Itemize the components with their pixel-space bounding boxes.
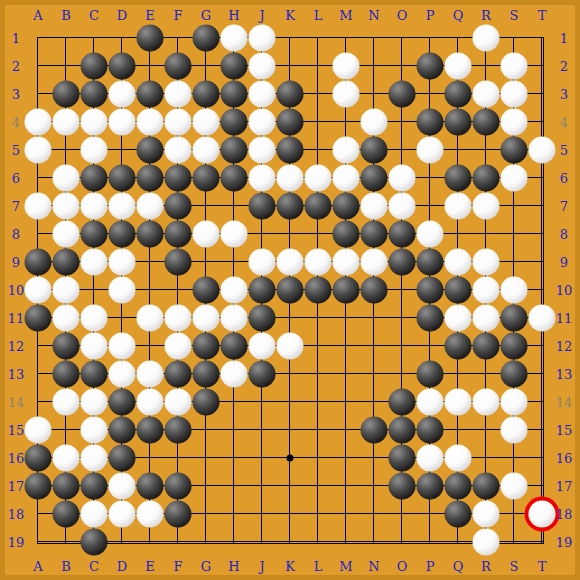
- black-stone-S12: [501, 333, 528, 360]
- white-stone-M3: [333, 81, 360, 108]
- intersection-T10[interactable]: [528, 276, 556, 304]
- intersection-N1[interactable]: [360, 24, 388, 52]
- row-label-right-2: 2: [560, 59, 568, 74]
- white-stone-D9: [109, 249, 136, 276]
- intersection-T1[interactable]: [528, 24, 556, 52]
- intersection-R8[interactable]: [472, 220, 500, 248]
- intersection-F10[interactable]: [164, 276, 192, 304]
- white-stone-O6: [389, 165, 416, 192]
- intersection-M15[interactable]: [332, 416, 360, 444]
- intersection-G19[interactable]: [192, 528, 220, 556]
- col-label-bottom-O: O: [397, 559, 408, 574]
- black-stone-M10: [333, 277, 360, 304]
- col-label-top-H: H: [228, 8, 239, 23]
- intersection-M12[interactable]: [332, 332, 360, 360]
- white-stone-C12: [81, 333, 108, 360]
- black-stone-K5: [277, 137, 304, 164]
- intersection-F1[interactable]: [164, 24, 192, 52]
- black-stone-D2: [109, 53, 136, 80]
- white-stone-T5: [529, 137, 556, 164]
- intersection-N17[interactable]: [360, 472, 388, 500]
- intersection-H18[interactable]: [220, 500, 248, 528]
- white-stone-H13: [221, 361, 248, 388]
- intersection-G17[interactable]: [192, 472, 220, 500]
- white-stone-R14: [473, 389, 500, 416]
- intersection-F19[interactable]: [164, 528, 192, 556]
- white-stone-E18: [137, 501, 164, 528]
- intersection-H7[interactable]: [220, 192, 248, 220]
- intersection-H19[interactable]: [220, 528, 248, 556]
- row-label-left-2: 2: [12, 59, 20, 74]
- intersection-T12[interactable]: [528, 332, 556, 360]
- col-label-bottom-G: G: [201, 559, 211, 574]
- row-label-left-7: 7: [12, 199, 20, 214]
- intersection-L13[interactable]: [304, 360, 332, 388]
- intersection-M19[interactable]: [332, 528, 360, 556]
- row-label-right-17: 17: [556, 479, 573, 494]
- intersection-O18[interactable]: [388, 500, 416, 528]
- white-stone-B4: [53, 109, 80, 136]
- black-stone-C8: [81, 221, 108, 248]
- intersection-D1[interactable]: [108, 24, 136, 52]
- intersection-S16[interactable]: [500, 444, 528, 472]
- intersection-L15[interactable]: [304, 416, 332, 444]
- intersection-L5[interactable]: [304, 136, 332, 164]
- intersection-T15[interactable]: [528, 416, 556, 444]
- intersection-A18[interactable]: [24, 500, 52, 528]
- row-label-right-5: 5: [560, 143, 568, 158]
- intersection-A8[interactable]: [24, 220, 52, 248]
- intersection-A14[interactable]: [24, 388, 52, 416]
- col-label-top-T: T: [538, 8, 547, 23]
- intersection-P6[interactable]: [416, 164, 444, 192]
- intersection-T13[interactable]: [528, 360, 556, 388]
- intersection-L12[interactable]: [304, 332, 332, 360]
- white-stone-D17: [109, 473, 136, 500]
- intersection-L2[interactable]: [304, 52, 332, 80]
- intersection-N13[interactable]: [360, 360, 388, 388]
- row-label-left-18: 18: [8, 507, 25, 522]
- intersection-S9[interactable]: [500, 248, 528, 276]
- intersection-B15[interactable]: [52, 416, 80, 444]
- col-label-bottom-T: T: [538, 559, 547, 574]
- white-stone-F11: [165, 305, 192, 332]
- intersection-C1[interactable]: [80, 24, 108, 52]
- black-stone-F8: [165, 221, 192, 248]
- intersection-L8[interactable]: [304, 220, 332, 248]
- row-label-left-16: 16: [8, 451, 25, 466]
- intersection-B2[interactable]: [52, 52, 80, 80]
- white-stone-D18: [109, 501, 136, 528]
- white-stone-D7: [109, 193, 136, 220]
- black-stone-B12: [53, 333, 80, 360]
- intersection-T2[interactable]: [528, 52, 556, 80]
- intersection-K11[interactable]: [276, 304, 304, 332]
- intersection-K8[interactable]: [276, 220, 304, 248]
- white-stone-S15: [501, 417, 528, 444]
- intersection-Q19[interactable]: [444, 528, 472, 556]
- intersection-K14[interactable]: [276, 388, 304, 416]
- black-stone-A17: [25, 473, 52, 500]
- intersection-L3[interactable]: [304, 80, 332, 108]
- white-stone-E14: [137, 389, 164, 416]
- white-stone-C14: [81, 389, 108, 416]
- black-stone-B13: [53, 361, 80, 388]
- intersection-N18[interactable]: [360, 500, 388, 528]
- intersection-R5[interactable]: [472, 136, 500, 164]
- intersection-H15[interactable]: [220, 416, 248, 444]
- white-stone-H11: [221, 305, 248, 332]
- white-stone-D3: [109, 81, 136, 108]
- intersection-S19[interactable]: [500, 528, 528, 556]
- white-stone-C16: [81, 445, 108, 472]
- intersection-N14[interactable]: [360, 388, 388, 416]
- col-label-top-F: F: [173, 8, 182, 23]
- intersection-G16[interactable]: [192, 444, 220, 472]
- intersection-H9[interactable]: [220, 248, 248, 276]
- intersection-T14[interactable]: [528, 388, 556, 416]
- intersection-Q1[interactable]: [444, 24, 472, 52]
- black-stone-H3: [221, 81, 248, 108]
- white-stone-Q14: [445, 389, 472, 416]
- intersection-Q5[interactable]: [444, 136, 472, 164]
- col-label-top-M: M: [339, 8, 352, 23]
- white-stone-E13: [137, 361, 164, 388]
- intersection-L16[interactable]: [304, 444, 332, 472]
- black-stone-R12: [473, 333, 500, 360]
- intersection-D5[interactable]: [108, 136, 136, 164]
- hoshi-marker-K16: [287, 455, 294, 462]
- intersection-P1[interactable]: [416, 24, 444, 52]
- intersection-J18[interactable]: [248, 500, 276, 528]
- white-stone-G11: [193, 305, 220, 332]
- intersection-T17[interactable]: [528, 472, 556, 500]
- intersection-S18[interactable]: [500, 500, 528, 528]
- intersection-K15[interactable]: [276, 416, 304, 444]
- intersection-K18[interactable]: [276, 500, 304, 528]
- intersection-J15[interactable]: [248, 416, 276, 444]
- black-stone-K3: [277, 81, 304, 108]
- col-label-top-B: B: [61, 8, 71, 23]
- white-stone-S3: [501, 81, 528, 108]
- intersection-A13[interactable]: [24, 360, 52, 388]
- intersection-G18[interactable]: [192, 500, 220, 528]
- black-stone-P13: [417, 361, 444, 388]
- white-stone-P8: [417, 221, 444, 248]
- black-stone-E6: [137, 165, 164, 192]
- intersection-T9[interactable]: [528, 248, 556, 276]
- intersection-O11[interactable]: [388, 304, 416, 332]
- intersection-K2[interactable]: [276, 52, 304, 80]
- black-stone-R17: [473, 473, 500, 500]
- col-label-top-C: C: [89, 8, 99, 23]
- black-stone-C17: [81, 473, 108, 500]
- col-label-bottom-B: B: [61, 559, 71, 574]
- black-stone-J11: [249, 305, 276, 332]
- intersection-H14[interactable]: [220, 388, 248, 416]
- col-label-bottom-D: D: [117, 559, 127, 574]
- row-label-right-18: 18: [556, 507, 573, 522]
- black-stone-D16: [109, 445, 136, 472]
- intersection-L4[interactable]: [304, 108, 332, 136]
- black-stone-K10: [277, 277, 304, 304]
- row-label-right-1: 1: [560, 31, 568, 46]
- intersection-J8[interactable]: [248, 220, 276, 248]
- intersection-R2[interactable]: [472, 52, 500, 80]
- intersection-M18[interactable]: [332, 500, 360, 528]
- row-label-left-4: 4: [12, 115, 20, 130]
- intersection-N11[interactable]: [360, 304, 388, 332]
- intersection-L18[interactable]: [304, 500, 332, 528]
- intersection-P18[interactable]: [416, 500, 444, 528]
- intersection-R13[interactable]: [472, 360, 500, 388]
- intersection-S7[interactable]: [500, 192, 528, 220]
- col-label-bottom-J: J: [259, 559, 264, 574]
- white-stone-L6: [305, 165, 332, 192]
- black-stone-J13: [249, 361, 276, 388]
- white-stone-H1: [221, 25, 248, 52]
- white-stone-M9: [333, 249, 360, 276]
- intersection-H17[interactable]: [220, 472, 248, 500]
- intersection-B5[interactable]: [52, 136, 80, 164]
- intersection-L1[interactable]: [304, 24, 332, 52]
- col-label-bottom-K: K: [285, 559, 295, 574]
- intersection-E2[interactable]: [136, 52, 164, 80]
- intersection-B19[interactable]: [52, 528, 80, 556]
- white-stone-J9: [249, 249, 276, 276]
- white-stone-M6: [333, 165, 360, 192]
- intersection-R15[interactable]: [472, 416, 500, 444]
- intersection-R16[interactable]: [472, 444, 500, 472]
- intersection-D19[interactable]: [108, 528, 136, 556]
- black-stone-P2: [417, 53, 444, 80]
- intersection-F16[interactable]: [164, 444, 192, 472]
- intersection-O19[interactable]: [388, 528, 416, 556]
- black-stone-M7: [333, 193, 360, 220]
- row-label-left-19: 19: [8, 535, 25, 550]
- intersection-T3[interactable]: [528, 80, 556, 108]
- intersection-L17[interactable]: [304, 472, 332, 500]
- row-label-left-17: 17: [8, 479, 25, 494]
- intersection-T19[interactable]: [528, 528, 556, 556]
- col-label-bottom-H: H: [228, 559, 239, 574]
- intersection-E10[interactable]: [136, 276, 164, 304]
- intersection-M1[interactable]: [332, 24, 360, 52]
- row-label-left-6: 6: [12, 171, 20, 186]
- black-stone-B9: [53, 249, 80, 276]
- row-label-left-12: 12: [8, 339, 25, 354]
- col-label-top-S: S: [510, 8, 519, 23]
- intersection-J16[interactable]: [248, 444, 276, 472]
- intersection-Q13[interactable]: [444, 360, 472, 388]
- intersection-G15[interactable]: [192, 416, 220, 444]
- col-label-top-N: N: [368, 8, 379, 23]
- intersection-A12[interactable]: [24, 332, 52, 360]
- white-stone-T18-last-move: [529, 501, 556, 528]
- intersection-N2[interactable]: [360, 52, 388, 80]
- intersection-O4[interactable]: [388, 108, 416, 136]
- intersection-Q8[interactable]: [444, 220, 472, 248]
- black-stone-S11: [501, 305, 528, 332]
- white-stone-J2: [249, 53, 276, 80]
- black-stone-G12: [193, 333, 220, 360]
- intersection-O13[interactable]: [388, 360, 416, 388]
- intersection-P19[interactable]: [416, 528, 444, 556]
- black-stone-D8: [109, 221, 136, 248]
- white-stone-H8: [221, 221, 248, 248]
- intersection-T16[interactable]: [528, 444, 556, 472]
- go-board-screenshot: AABBCCDDEEFFGGHHJJKKLLMMNNOOPPQQRRSSTT11…: [0, 0, 580, 580]
- white-stone-S6: [501, 165, 528, 192]
- intersection-O5[interactable]: [388, 136, 416, 164]
- intersection-N19[interactable]: [360, 528, 388, 556]
- black-stone-E1: [137, 25, 164, 52]
- black-stone-C2: [81, 53, 108, 80]
- intersection-G9[interactable]: [192, 248, 220, 276]
- white-stone-B6: [53, 165, 80, 192]
- intersection-N12[interactable]: [360, 332, 388, 360]
- intersection-K17[interactable]: [276, 472, 304, 500]
- intersection-N16[interactable]: [360, 444, 388, 472]
- intersection-D11[interactable]: [108, 304, 136, 332]
- white-stone-Q9: [445, 249, 472, 276]
- row-label-right-16: 16: [556, 451, 573, 466]
- intersection-T6[interactable]: [528, 164, 556, 192]
- black-stone-F17: [165, 473, 192, 500]
- white-stone-P5: [417, 137, 444, 164]
- col-label-top-R: R: [481, 8, 491, 23]
- white-stone-B10: [53, 277, 80, 304]
- intersection-A6[interactable]: [24, 164, 52, 192]
- white-stone-O7: [389, 193, 416, 220]
- white-stone-A5: [25, 137, 52, 164]
- black-stone-O16: [389, 445, 416, 472]
- black-stone-L10: [305, 277, 332, 304]
- row-label-left-13: 13: [8, 367, 25, 382]
- white-stone-Q2: [445, 53, 472, 80]
- intersection-K13[interactable]: [276, 360, 304, 388]
- intersection-G7[interactable]: [192, 192, 220, 220]
- col-label-bottom-M: M: [339, 559, 352, 574]
- intersection-Q15[interactable]: [444, 416, 472, 444]
- white-stone-F3: [165, 81, 192, 108]
- intersection-E12[interactable]: [136, 332, 164, 360]
- intersection-A3[interactable]: [24, 80, 52, 108]
- black-stone-D14: [109, 389, 136, 416]
- col-label-top-G: G: [201, 8, 211, 23]
- intersection-E9[interactable]: [136, 248, 164, 276]
- intersection-S8[interactable]: [500, 220, 528, 248]
- row-label-left-10: 10: [8, 283, 25, 298]
- col-label-top-O: O: [397, 8, 408, 23]
- black-stone-C13: [81, 361, 108, 388]
- intersection-B1[interactable]: [52, 24, 80, 52]
- intersection-J14[interactable]: [248, 388, 276, 416]
- intersection-L19[interactable]: [304, 528, 332, 556]
- black-stone-S5: [501, 137, 528, 164]
- intersection-E16[interactable]: [136, 444, 164, 472]
- white-stone-R3: [473, 81, 500, 108]
- intersection-S1[interactable]: [500, 24, 528, 52]
- intersection-P12[interactable]: [416, 332, 444, 360]
- black-stone-J7: [249, 193, 276, 220]
- intersection-O10[interactable]: [388, 276, 416, 304]
- intersection-J17[interactable]: [248, 472, 276, 500]
- intersection-M14[interactable]: [332, 388, 360, 416]
- black-stone-O14: [389, 389, 416, 416]
- intersection-O12[interactable]: [388, 332, 416, 360]
- black-stone-C3: [81, 81, 108, 108]
- black-stone-F15: [165, 417, 192, 444]
- black-stone-R6: [473, 165, 500, 192]
- white-stone-J4: [249, 109, 276, 136]
- col-label-bottom-S: S: [510, 559, 519, 574]
- intersection-A1[interactable]: [24, 24, 52, 52]
- black-stone-E17: [137, 473, 164, 500]
- black-stone-L7: [305, 193, 332, 220]
- row-label-left-11: 11: [8, 311, 25, 326]
- intersection-M11[interactable]: [332, 304, 360, 332]
- intersection-G2[interactable]: [192, 52, 220, 80]
- white-stone-R18: [473, 501, 500, 528]
- white-stone-G5: [193, 137, 220, 164]
- intersection-L14[interactable]: [304, 388, 332, 416]
- intersection-E19[interactable]: [136, 528, 164, 556]
- intersection-M17[interactable]: [332, 472, 360, 500]
- intersection-M13[interactable]: [332, 360, 360, 388]
- black-stone-J10: [249, 277, 276, 304]
- intersection-T8[interactable]: [528, 220, 556, 248]
- white-stone-P14: [417, 389, 444, 416]
- white-stone-M5: [333, 137, 360, 164]
- row-label-right-8: 8: [560, 227, 568, 242]
- intersection-T4[interactable]: [528, 108, 556, 136]
- row-label-right-4: 4: [560, 115, 568, 130]
- intersection-K1[interactable]: [276, 24, 304, 52]
- intersection-P3[interactable]: [416, 80, 444, 108]
- intersection-T7[interactable]: [528, 192, 556, 220]
- intersection-P7[interactable]: [416, 192, 444, 220]
- black-stone-F18: [165, 501, 192, 528]
- row-label-right-19: 19: [556, 535, 573, 550]
- intersection-C10[interactable]: [80, 276, 108, 304]
- col-label-top-J: J: [259, 8, 264, 23]
- intersection-N3[interactable]: [360, 80, 388, 108]
- intersection-J19[interactable]: [248, 528, 276, 556]
- intersection-H16[interactable]: [220, 444, 248, 472]
- row-label-left-1: 1: [12, 31, 20, 46]
- white-stone-B14: [53, 389, 80, 416]
- intersection-M4[interactable]: [332, 108, 360, 136]
- black-stone-C19: [81, 529, 108, 556]
- black-stone-D15: [109, 417, 136, 444]
- white-stone-D10: [109, 277, 136, 304]
- black-stone-F13: [165, 361, 192, 388]
- intersection-L11[interactable]: [304, 304, 332, 332]
- black-stone-Q18: [445, 501, 472, 528]
- white-stone-E7: [137, 193, 164, 220]
- intersection-K19[interactable]: [276, 528, 304, 556]
- intersection-O1[interactable]: [388, 24, 416, 52]
- white-stone-M2: [333, 53, 360, 80]
- intersection-A19[interactable]: [24, 528, 52, 556]
- intersection-O2[interactable]: [388, 52, 416, 80]
- white-stone-L9: [305, 249, 332, 276]
- black-stone-B18: [53, 501, 80, 528]
- intersection-A2[interactable]: [24, 52, 52, 80]
- black-stone-F9: [165, 249, 192, 276]
- intersection-M16[interactable]: [332, 444, 360, 472]
